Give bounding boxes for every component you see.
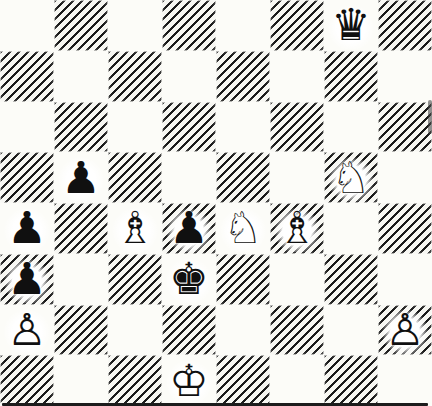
square-g3[interactable]	[324, 254, 378, 305]
square-f2[interactable]	[270, 305, 324, 356]
square-c8[interactable]	[108, 0, 162, 51]
piece-white-pawn[interactable]: ♙	[380, 306, 430, 354]
square-b7[interactable]	[54, 51, 108, 102]
square-e1[interactable]	[216, 355, 270, 406]
piece-white-knight[interactable]: ♘	[218, 205, 268, 253]
piece-black-queen[interactable]: ♛	[326, 2, 376, 50]
square-e5[interactable]	[216, 152, 270, 203]
square-e8[interactable]	[216, 0, 270, 51]
square-f1[interactable]	[270, 355, 324, 406]
piece-white-knight[interactable]: ♘	[326, 154, 376, 202]
piece-black-pawn[interactable]: ♟	[2, 255, 52, 303]
square-h8[interactable]	[378, 0, 432, 51]
square-h6[interactable]	[378, 102, 432, 153]
square-e2[interactable]	[216, 305, 270, 356]
square-f6[interactable]	[270, 102, 324, 153]
square-b8[interactable]	[54, 0, 108, 51]
square-h5[interactable]	[378, 152, 432, 203]
square-g8[interactable]: ♛	[324, 0, 378, 51]
square-b1[interactable]	[54, 355, 108, 406]
square-g1[interactable]	[324, 355, 378, 406]
square-d7[interactable]	[162, 51, 216, 102]
square-a7[interactable]	[0, 51, 54, 102]
square-a1[interactable]	[0, 355, 54, 406]
square-e4[interactable]: ♘	[216, 203, 270, 254]
square-g7[interactable]	[324, 51, 378, 102]
square-h2[interactable]: ♙	[378, 305, 432, 356]
square-a5[interactable]	[0, 152, 54, 203]
square-a8[interactable]	[0, 0, 54, 51]
piece-black-pawn[interactable]: ♟	[2, 205, 52, 253]
piece-black-pawn[interactable]: ♟	[56, 154, 106, 202]
square-a2[interactable]: ♙	[0, 305, 54, 356]
square-d3[interactable]: ♚	[162, 254, 216, 305]
square-g6[interactable]	[324, 102, 378, 153]
square-d6[interactable]	[162, 102, 216, 153]
square-h1[interactable]	[378, 355, 432, 406]
chess-diagram: ♛♟♘♟♗♟♘♗♟♚♙♙♔	[0, 0, 432, 406]
square-e6[interactable]	[216, 102, 270, 153]
square-d8[interactable]	[162, 0, 216, 51]
square-d2[interactable]	[162, 305, 216, 356]
square-g5[interactable]: ♘	[324, 152, 378, 203]
square-d1[interactable]: ♔	[162, 355, 216, 406]
square-b2[interactable]	[54, 305, 108, 356]
piece-white-king[interactable]: ♔	[164, 357, 214, 405]
square-g2[interactable]	[324, 305, 378, 356]
piece-white-pawn[interactable]: ♙	[2, 306, 52, 354]
square-b5[interactable]: ♟	[54, 152, 108, 203]
square-c5[interactable]	[108, 152, 162, 203]
square-c2[interactable]	[108, 305, 162, 356]
square-c6[interactable]	[108, 102, 162, 153]
square-h3[interactable]	[378, 254, 432, 305]
square-g4[interactable]	[324, 203, 378, 254]
square-c3[interactable]	[108, 254, 162, 305]
square-b4[interactable]	[54, 203, 108, 254]
square-c7[interactable]	[108, 51, 162, 102]
square-a6[interactable]	[0, 102, 54, 153]
square-f5[interactable]	[270, 152, 324, 203]
square-b6[interactable]	[54, 102, 108, 153]
square-c1[interactable]	[108, 355, 162, 406]
piece-black-king[interactable]: ♚	[164, 255, 214, 303]
print-smudge	[428, 100, 432, 134]
square-e7[interactable]	[216, 51, 270, 102]
square-f3[interactable]	[270, 254, 324, 305]
square-h4[interactable]	[378, 203, 432, 254]
piece-black-pawn[interactable]: ♟	[164, 205, 214, 253]
square-a3[interactable]: ♟	[0, 254, 54, 305]
square-f8[interactable]	[270, 0, 324, 51]
square-d4[interactable]: ♟	[162, 203, 216, 254]
piece-white-bishop[interactable]: ♗	[272, 205, 322, 253]
square-a4[interactable]: ♟	[0, 203, 54, 254]
square-h7[interactable]	[378, 51, 432, 102]
square-f4[interactable]: ♗	[270, 203, 324, 254]
square-f7[interactable]	[270, 51, 324, 102]
square-d5[interactable]	[162, 152, 216, 203]
square-e3[interactable]	[216, 254, 270, 305]
square-c4[interactable]: ♗	[108, 203, 162, 254]
chess-board: ♛♟♘♟♗♟♘♗♟♚♙♙♔	[0, 0, 432, 406]
piece-white-bishop[interactable]: ♗	[110, 205, 160, 253]
square-b3[interactable]	[54, 254, 108, 305]
